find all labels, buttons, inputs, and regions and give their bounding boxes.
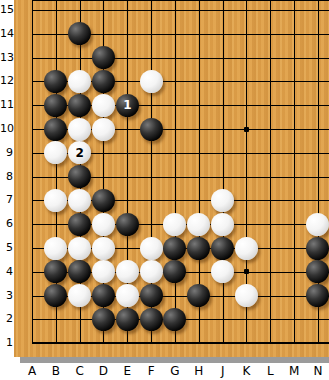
col-label-M: M: [285, 364, 303, 378]
stone-black-D3[interactable]: [92, 284, 115, 307]
stone-white-K5[interactable]: [235, 237, 258, 260]
go-app-window: 12 151413121110987654321 ABCDEFGHJKLMN: [0, 0, 329, 380]
stone-white-J6[interactable]: [211, 213, 234, 236]
row-label-1: 1: [0, 337, 13, 349]
col-label-B: B: [47, 364, 65, 378]
stone-black-B10[interactable]: [44, 118, 67, 141]
stone-black-C6[interactable]: [68, 213, 91, 236]
stone-white-F4[interactable]: [140, 260, 163, 283]
stone-black-C11[interactable]: [68, 94, 91, 117]
row-label-12: 12: [0, 75, 13, 87]
stone-black-E6[interactable]: [116, 213, 139, 236]
stone-black-B11[interactable]: [44, 94, 67, 117]
grid-line-col-G: [175, 0, 176, 344]
stone-white-C12[interactable]: [68, 70, 91, 93]
move-number-label: 1: [123, 99, 131, 111]
stone-white-D4[interactable]: [92, 260, 115, 283]
grid-line-row-1: [32, 342, 329, 344]
stone-black-C14[interactable]: [68, 22, 91, 45]
stone-black-C8[interactable]: [68, 165, 91, 188]
stone-white-C5[interactable]: [68, 237, 91, 260]
stone-black-D13[interactable]: [92, 46, 115, 69]
stone-black-H3[interactable]: [187, 284, 210, 307]
board-shadow: [20, 357, 329, 363]
stone-black-F2[interactable]: [140, 308, 163, 331]
row-label-8: 8: [0, 171, 13, 183]
stone-white-F12[interactable]: [140, 70, 163, 93]
col-label-N: N: [309, 364, 327, 378]
row-label-10: 10: [0, 123, 13, 135]
stone-black-D7[interactable]: [92, 189, 115, 212]
stone-white-C10[interactable]: [68, 118, 91, 141]
row-label-13: 13: [0, 52, 13, 64]
stone-black-D12[interactable]: [92, 70, 115, 93]
stone-black-D2[interactable]: [92, 308, 115, 331]
stone-white-C3[interactable]: [68, 284, 91, 307]
col-label-G: G: [166, 364, 184, 378]
stone-black-E2[interactable]: [116, 308, 139, 331]
stone-white-D6[interactable]: [92, 213, 115, 236]
stone-black-H5[interactable]: [187, 237, 210, 260]
col-label-A: A: [23, 364, 41, 378]
stone-black-C4[interactable]: [68, 260, 91, 283]
go-board[interactable]: 12: [14, 0, 329, 357]
row-label-4: 4: [0, 266, 13, 278]
col-label-C: C: [71, 364, 89, 378]
stone-black-N3[interactable]: [306, 284, 329, 307]
col-label-L: L: [261, 364, 279, 378]
stone-white-K3[interactable]: [235, 284, 258, 307]
stone-white-D10[interactable]: [92, 118, 115, 141]
grid-line-col-M: [294, 0, 295, 344]
stone-white-C9[interactable]: 2: [68, 141, 91, 164]
stone-white-H6[interactable]: [187, 213, 210, 236]
grid-line-row-13: [32, 58, 329, 59]
stone-white-E4[interactable]: [116, 260, 139, 283]
stone-white-G6[interactable]: [163, 213, 186, 236]
stone-white-B5[interactable]: [44, 237, 67, 260]
stone-black-G4[interactable]: [163, 260, 186, 283]
col-label-K: K: [237, 364, 255, 378]
row-label-14: 14: [0, 28, 13, 40]
stone-white-N6[interactable]: [306, 213, 329, 236]
stone-black-F3[interactable]: [140, 284, 163, 307]
grid-line-col-J: [223, 0, 224, 344]
row-label-2: 2: [0, 313, 13, 325]
stone-white-F5[interactable]: [140, 237, 163, 260]
row-label-5: 5: [0, 242, 13, 254]
stone-black-B4[interactable]: [44, 260, 67, 283]
stone-white-E3[interactable]: [116, 284, 139, 307]
stone-white-C7[interactable]: [68, 189, 91, 212]
stone-white-J4[interactable]: [211, 260, 234, 283]
row-label-15: 15: [0, 4, 13, 16]
grid-line-col-L: [270, 0, 271, 344]
row-label-3: 3: [0, 290, 13, 302]
stone-black-G5[interactable]: [163, 237, 186, 260]
stone-white-J7[interactable]: [211, 189, 234, 212]
col-label-F: F: [142, 364, 160, 378]
stone-black-F10[interactable]: [140, 118, 163, 141]
row-label-11: 11: [0, 99, 13, 111]
stone-white-D11[interactable]: [92, 94, 115, 117]
star-point-K4: [244, 269, 249, 274]
stone-black-B12[interactable]: [44, 70, 67, 93]
row-label-9: 9: [0, 147, 13, 159]
stone-black-E11[interactable]: 1: [116, 94, 139, 117]
stone-black-G2[interactable]: [163, 308, 186, 331]
col-label-J: J: [214, 364, 232, 378]
grid-line-row-15: [32, 10, 329, 11]
stone-white-B7[interactable]: [44, 189, 67, 212]
stone-white-D5[interactable]: [92, 237, 115, 260]
col-label-D: D: [94, 364, 112, 378]
row-label-7: 7: [0, 194, 13, 206]
stone-black-J5[interactable]: [211, 237, 234, 260]
col-label-H: H: [190, 364, 208, 378]
star-point-K10: [244, 127, 249, 132]
grid-line-top-edge: [32, 0, 329, 1]
stone-white-B9[interactable]: [44, 141, 67, 164]
stone-black-B3[interactable]: [44, 284, 67, 307]
move-number-label: 2: [75, 147, 83, 159]
stone-black-N4[interactable]: [306, 260, 329, 283]
col-label-E: E: [118, 364, 136, 378]
grid-line-col-A: [32, 0, 33, 344]
row-label-6: 6: [0, 218, 13, 230]
stone-black-N5[interactable]: [306, 237, 329, 260]
